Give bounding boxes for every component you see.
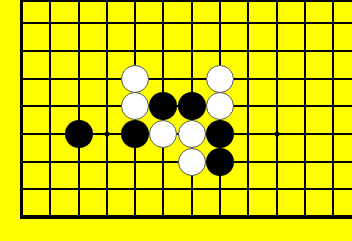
black-stone [65,120,93,148]
grid-line-v [304,120,306,148]
intersection [263,9,291,37]
intersection [347,203,352,231]
grid-line-v [78,65,80,93]
grid-line-v [247,65,249,93]
intersection [347,65,352,93]
grid-line-v [106,37,108,65]
intersection [8,176,36,204]
grid-line-v [162,37,164,65]
intersection [36,37,64,65]
intersection [263,120,291,148]
intersection [263,93,291,121]
intersection [149,176,177,204]
intersection [291,93,319,121]
intersection [93,9,121,37]
intersection [347,176,352,204]
intersection [263,148,291,176]
grid-line-v [20,65,23,93]
grid-line-v [134,37,136,65]
black-stone [206,148,234,176]
intersection [347,9,352,37]
intersection [36,148,64,176]
intersection [319,176,347,204]
intersection [319,203,347,231]
grid-line-v [20,37,23,65]
intersection [234,148,262,176]
grid-line-v [276,9,278,37]
grid-line-v [276,37,278,65]
intersection [64,148,92,176]
white-stone [149,120,177,148]
white-stone [206,92,234,120]
go-grid [8,0,352,231]
grid-line-v [304,203,306,219]
intersection [291,37,319,65]
grid-line-v [304,148,306,176]
intersection [178,9,206,37]
grid-line-v [134,148,136,176]
grid-line-v [106,65,108,93]
grid-line-v [49,65,51,93]
grid-line-h [347,188,352,190]
intersection [263,203,291,231]
grid-line-v [276,176,278,204]
grid-line-v [247,148,249,176]
intersection [149,37,177,65]
grid-line-h [347,161,352,163]
intersection [36,9,64,37]
black-stone [121,120,149,148]
grid-line-v [191,176,193,204]
grid-line-v [78,148,80,176]
grid-line-v [304,93,306,121]
white-stone [178,120,206,148]
intersection [36,203,64,231]
grid-line-v [106,203,108,219]
intersection [121,203,149,231]
grid-line-v [49,120,51,148]
grid-line-v [332,37,334,65]
intersection [93,148,121,176]
grid-line-v [162,176,164,204]
white-stone [206,65,234,93]
intersection [291,148,319,176]
grid-line-v [219,203,221,219]
grid-line-h [347,22,352,24]
grid-line-v [78,9,80,37]
grid-line-top-partial [21,0,352,2]
grid-line-v [219,176,221,204]
intersection [64,37,92,65]
grid-line-v [276,65,278,93]
grid-line-v [106,93,108,121]
intersection [206,37,234,65]
intersection [319,120,347,148]
grid-line-v [276,93,278,121]
black-stone [206,120,234,148]
intersection [93,93,121,121]
intersection [319,9,347,37]
intersection [93,37,121,65]
go-board-diagram [0,0,352,241]
intersection [121,120,149,148]
intersection [36,65,64,93]
intersection [36,120,64,148]
grid-line-v [106,176,108,204]
intersection [178,176,206,204]
grid-line-v [332,203,334,219]
grid-line-h [347,78,352,80]
grid-line-v [332,93,334,121]
intersection [234,203,262,231]
intersection [8,37,36,65]
intersection [291,176,319,204]
intersection [234,93,262,121]
intersection [64,65,92,93]
intersection [93,176,121,204]
grid-line-v [219,37,221,65]
intersection [178,37,206,65]
grid-line-v [332,9,334,37]
grid-line-v [162,9,164,37]
intersection [121,9,149,37]
grid-line-v [332,148,334,176]
intersection [8,203,36,231]
intersection [206,65,234,93]
grid-line-v [49,37,51,65]
grid-line-v [134,203,136,219]
white-stone [121,65,149,93]
white-stone [121,92,149,120]
intersection [121,176,149,204]
intersection [263,176,291,204]
intersection [206,203,234,231]
star-point [104,132,109,137]
intersection [263,37,291,65]
grid-line-v [134,176,136,204]
intersection [64,203,92,231]
white-stone [178,148,206,176]
grid-line-v [247,176,249,204]
grid-line-v [78,203,80,219]
intersection [36,176,64,204]
intersection [121,37,149,65]
grid-line-v [247,9,249,37]
intersection [234,37,262,65]
intersection [178,65,206,93]
grid-line-v [332,176,334,204]
intersection [347,120,352,148]
grid-line-h [347,50,352,52]
intersection [319,93,347,121]
intersection [149,93,177,121]
intersection [291,9,319,37]
grid-line-v [134,9,136,37]
grid-line-v [20,120,23,148]
grid-line-v [191,203,193,219]
intersection [121,148,149,176]
intersection [121,65,149,93]
intersection [178,203,206,231]
intersection [319,148,347,176]
intersection [347,148,352,176]
intersection [93,65,121,93]
grid-line-v [78,176,80,204]
grid-line-v [20,9,23,37]
grid-line-h [347,105,352,107]
intersection [178,93,206,121]
black-stone [149,92,177,120]
grid-line-v [191,9,193,37]
grid-line-v [78,93,80,121]
intersection [93,120,121,148]
intersection [234,176,262,204]
grid-line-v [49,9,51,37]
grid-line-v [49,148,51,176]
grid-line-v [49,93,51,121]
grid-line-v [49,203,51,219]
intersection [206,176,234,204]
grid-line-v [304,65,306,93]
intersection [8,148,36,176]
intersection [8,120,36,148]
intersection [149,120,177,148]
intersection [121,93,149,121]
intersection [319,65,347,93]
grid-line-v [332,120,334,148]
grid-line-v [304,37,306,65]
grid-line-v [276,203,278,219]
intersection [178,148,206,176]
grid-line-h [347,215,352,219]
intersection [206,9,234,37]
grid-line-v [162,65,164,93]
grid-line-v [247,203,249,219]
grid-line-v [247,120,249,148]
grid-line-v [304,176,306,204]
grid-line-v [20,93,23,121]
intersection [206,93,234,121]
intersection [64,93,92,121]
intersection [8,93,36,121]
grid-line-v [191,65,193,93]
grid-line-v [247,93,249,121]
grid-line-v [162,203,164,219]
intersection [234,120,262,148]
intersection [291,65,319,93]
intersection [64,120,92,148]
intersection [206,148,234,176]
intersection [149,148,177,176]
intersection [93,203,121,231]
intersection [64,176,92,204]
intersection [347,93,352,121]
grid-line-v [20,203,23,219]
intersection [8,65,36,93]
intersection [234,65,262,93]
intersection [319,37,347,65]
grid-line-v [49,176,51,204]
star-point [274,132,279,137]
grid-line-h [347,133,352,135]
intersection [234,9,262,37]
intersection [149,65,177,93]
grid-line-v [191,37,193,65]
grid-line-v [20,148,23,176]
grid-line-v [78,37,80,65]
grid-line-v [304,9,306,37]
grid-line-v [162,148,164,176]
grid-line-v [332,65,334,93]
intersection [149,203,177,231]
grid-line-v [106,9,108,37]
intersection [64,9,92,37]
intersection [291,203,319,231]
black-stone [178,92,206,120]
intersection [149,9,177,37]
intersection [206,120,234,148]
grid-line-v [247,37,249,65]
grid-line-v [106,148,108,176]
grid-line-v [276,148,278,176]
intersection [178,120,206,148]
grid-line-v [219,9,221,37]
intersection [347,37,352,65]
intersection [291,120,319,148]
intersection [36,93,64,121]
grid-line-v [20,176,23,204]
intersection [8,9,36,37]
intersection [263,65,291,93]
